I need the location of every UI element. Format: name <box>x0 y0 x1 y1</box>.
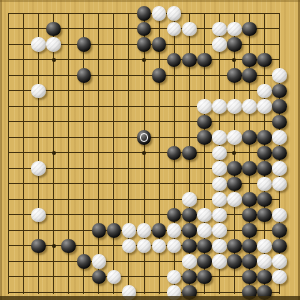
intersection-6-11[interactable] <box>76 161 91 176</box>
intersection-2-13[interactable] <box>16 192 31 207</box>
intersection-8-13[interactable] <box>106 192 121 207</box>
intersection-9-8[interactable] <box>121 114 136 129</box>
intersection-13-9[interactable] <box>182 130 197 145</box>
intersection-7-7[interactable] <box>91 99 106 114</box>
black-stone <box>257 270 272 285</box>
intersection-3-8[interactable] <box>31 114 46 129</box>
white-stone <box>227 22 242 37</box>
intersection-7-3[interactable] <box>91 37 106 52</box>
intersection-13-5[interactable] <box>182 68 197 83</box>
intersection-16-19[interactable] <box>227 285 242 300</box>
intersection-16-8[interactable] <box>227 114 242 129</box>
star-point <box>52 244 56 248</box>
intersection-10-13[interactable] <box>136 192 151 207</box>
intersection-8-1[interactable] <box>106 6 121 21</box>
intersection-14-3[interactable] <box>197 37 212 52</box>
black-stone <box>182 208 197 223</box>
go-board[interactable] <box>0 0 300 300</box>
intersection-2-12[interactable] <box>16 176 31 191</box>
intersection-8-10[interactable] <box>106 145 121 160</box>
black-stone <box>242 223 257 238</box>
intersection-5-5[interactable] <box>61 68 76 83</box>
intersection-1-16[interactable] <box>1 238 16 253</box>
intersection-10-12[interactable] <box>136 176 151 191</box>
intersection-8-17[interactable] <box>106 254 121 269</box>
intersection-17-12[interactable] <box>242 176 257 191</box>
intersection-11-13[interactable] <box>152 192 167 207</box>
black-stone <box>242 161 257 176</box>
intersection-11-11[interactable] <box>152 161 167 176</box>
intersection-8-3[interactable] <box>106 37 121 52</box>
white-stone <box>152 6 167 21</box>
intersection-1-8[interactable] <box>1 114 16 129</box>
intersection-2-8[interactable] <box>16 114 31 129</box>
white-stone <box>137 223 152 238</box>
intersection-4-19[interactable] <box>46 285 61 300</box>
intersection-1-11[interactable] <box>1 161 16 176</box>
intersection-1-12[interactable] <box>1 176 16 191</box>
intersection-7-8[interactable] <box>91 114 106 129</box>
intersection-7-2[interactable] <box>91 21 106 36</box>
intersection-5-2[interactable] <box>61 21 76 36</box>
white-stone <box>272 161 287 176</box>
intersection-13-12[interactable] <box>182 176 197 191</box>
intersection-7-19[interactable] <box>91 285 106 300</box>
intersection-10-11[interactable] <box>136 161 151 176</box>
intersection-7-6[interactable] <box>91 83 106 98</box>
intersection-15-5[interactable] <box>212 68 227 83</box>
intersection-6-14[interactable] <box>76 207 91 222</box>
intersection-7-10[interactable] <box>91 145 106 160</box>
intersection-7-16[interactable] <box>91 238 106 253</box>
intersection-11-14[interactable] <box>152 207 167 222</box>
intersection-16-18[interactable] <box>227 269 242 284</box>
intersection-3-15[interactable] <box>31 223 46 238</box>
intersection-8-8[interactable] <box>106 114 121 129</box>
intersection-17-8[interactable] <box>242 114 257 129</box>
intersection-5-9[interactable] <box>61 130 76 145</box>
intersection-7-14[interactable] <box>91 207 106 222</box>
intersection-13-6[interactable] <box>182 83 197 98</box>
black-stone <box>257 161 272 176</box>
intersection-11-2[interactable] <box>152 21 167 36</box>
star-point <box>52 58 56 62</box>
white-stone <box>31 84 46 99</box>
intersection-12-5[interactable] <box>167 68 182 83</box>
intersection-7-11[interactable] <box>91 161 106 176</box>
intersection-9-1[interactable] <box>121 6 136 21</box>
intersection-4-17[interactable] <box>46 254 61 269</box>
intersection-3-2[interactable] <box>31 21 46 36</box>
intersection-2-1[interactable] <box>16 6 31 21</box>
intersection-6-15[interactable] <box>76 223 91 238</box>
intersection-18-1[interactable] <box>257 6 272 21</box>
black-stone <box>242 254 257 269</box>
white-stone <box>182 22 197 37</box>
intersection-15-1[interactable] <box>212 6 227 21</box>
intersection-3-4[interactable] <box>31 52 46 67</box>
intersection-17-1[interactable] <box>242 6 257 21</box>
intersection-17-6[interactable] <box>242 83 257 98</box>
intersection-9-11[interactable] <box>121 161 136 176</box>
black-stone <box>272 146 287 161</box>
intersection-10-6[interactable] <box>136 83 151 98</box>
intersection-8-14[interactable] <box>106 207 121 222</box>
intersection-1-1[interactable] <box>1 6 16 21</box>
white-stone <box>272 254 287 269</box>
black-stone <box>152 68 167 83</box>
intersection-4-8[interactable] <box>46 114 61 129</box>
intersection-4-11[interactable] <box>46 161 61 176</box>
white-stone <box>212 208 227 223</box>
black-stone <box>242 130 257 145</box>
intersection-14-19[interactable] <box>197 285 212 300</box>
intersection-11-7[interactable] <box>152 99 167 114</box>
intersection-11-8[interactable] <box>152 114 167 129</box>
white-stone <box>167 285 182 300</box>
intersection-3-12[interactable] <box>31 176 46 191</box>
black-stone <box>242 208 257 223</box>
intersection-1-15[interactable] <box>1 223 16 238</box>
intersection-4-7[interactable] <box>46 99 61 114</box>
white-stone <box>212 161 227 176</box>
intersection-1-2[interactable] <box>1 21 16 36</box>
intersection-10-19[interactable] <box>136 285 151 300</box>
intersection-11-17[interactable] <box>152 254 167 269</box>
intersection-5-19[interactable] <box>61 285 76 300</box>
intersection-6-6[interactable] <box>76 83 91 98</box>
black-stone <box>182 285 197 300</box>
intersection-12-17[interactable] <box>167 254 182 269</box>
intersection-2-10[interactable] <box>16 145 31 160</box>
intersection-2-3[interactable] <box>16 37 31 52</box>
intersection-6-4[interactable] <box>76 52 91 67</box>
intersection-7-5[interactable] <box>91 68 106 83</box>
black-stone <box>197 254 212 269</box>
intersection-11-10[interactable] <box>152 145 167 160</box>
intersection-2-2[interactable] <box>16 21 31 36</box>
black-stone <box>197 130 212 145</box>
intersection-3-10[interactable] <box>31 145 46 160</box>
intersection-12-8[interactable] <box>167 114 182 129</box>
intersection-8-6[interactable] <box>106 83 121 98</box>
black-stone <box>227 37 242 52</box>
white-stone <box>122 285 137 300</box>
intersection-4-1[interactable] <box>46 6 61 21</box>
intersection-12-11[interactable] <box>167 161 182 176</box>
intersection-2-17[interactable] <box>16 254 31 269</box>
intersection-6-19[interactable] <box>76 285 91 300</box>
intersection-10-17[interactable] <box>136 254 151 269</box>
intersection-1-14[interactable] <box>1 207 16 222</box>
intersection-18-8[interactable] <box>257 114 272 129</box>
black-stone <box>31 239 46 254</box>
intersection-5-17[interactable] <box>61 254 76 269</box>
intersection-14-1[interactable] <box>197 6 212 21</box>
intersection-9-6[interactable] <box>121 83 136 98</box>
intersection-2-11[interactable] <box>16 161 31 176</box>
intersection-15-19[interactable] <box>212 285 227 300</box>
intersection-4-6[interactable] <box>46 83 61 98</box>
intersection-12-9[interactable] <box>167 130 182 145</box>
white-stone <box>182 254 197 269</box>
intersection-19-19[interactable] <box>272 285 287 300</box>
intersection-8-11[interactable] <box>106 161 121 176</box>
intersection-7-9[interactable] <box>91 130 106 145</box>
intersection-10-8[interactable] <box>136 114 151 129</box>
star-point <box>142 151 146 155</box>
intersection-7-12[interactable] <box>91 176 106 191</box>
intersection-10-14[interactable] <box>136 207 151 222</box>
intersection-8-2[interactable] <box>106 21 121 36</box>
intersection-13-3[interactable] <box>182 37 197 52</box>
white-stone <box>31 208 46 223</box>
intersection-5-4[interactable] <box>61 52 76 67</box>
intersection-15-6[interactable] <box>212 83 227 98</box>
white-stone <box>272 208 287 223</box>
intersection-18-15[interactable] <box>257 223 272 238</box>
intersection-14-11[interactable] <box>197 161 212 176</box>
intersection-1-7[interactable] <box>1 99 16 114</box>
intersection-2-4[interactable] <box>16 52 31 67</box>
intersection-12-13[interactable] <box>167 192 182 207</box>
intersection-3-9[interactable] <box>31 130 46 145</box>
intersection-8-5[interactable] <box>106 68 121 83</box>
intersection-12-12[interactable] <box>167 176 182 191</box>
intersection-9-12[interactable] <box>121 176 136 191</box>
intersection-2-14[interactable] <box>16 207 31 222</box>
intersection-19-13[interactable] <box>272 192 287 207</box>
intersection-5-15[interactable] <box>61 223 76 238</box>
intersection-8-4[interactable] <box>106 52 121 67</box>
intersection-15-4[interactable] <box>212 52 227 67</box>
intersection-19-4[interactable] <box>272 52 287 67</box>
intersection-9-18[interactable] <box>121 269 136 284</box>
intersection-4-14[interactable] <box>46 207 61 222</box>
white-stone <box>257 99 272 114</box>
intersection-3-1[interactable] <box>31 6 46 21</box>
intersection-11-19[interactable] <box>152 285 167 300</box>
intersection-4-9[interactable] <box>46 130 61 145</box>
intersection-8-7[interactable] <box>106 99 121 114</box>
intersection-18-5[interactable] <box>257 68 272 83</box>
intersection-6-7[interactable] <box>76 99 91 114</box>
intersection-1-6[interactable] <box>1 83 16 98</box>
intersection-19-2[interactable] <box>272 21 287 36</box>
intersection-1-9[interactable] <box>1 130 16 145</box>
intersection-11-12[interactable] <box>152 176 167 191</box>
intersection-14-12[interactable] <box>197 176 212 191</box>
intersection-16-15[interactable] <box>227 223 242 238</box>
intersection-4-15[interactable] <box>46 223 61 238</box>
star-point <box>232 151 236 155</box>
intersection-11-4[interactable] <box>152 52 167 67</box>
intersection-6-13[interactable] <box>76 192 91 207</box>
intersection-5-3[interactable] <box>61 37 76 52</box>
black-stone <box>227 161 242 176</box>
intersection-6-10[interactable] <box>76 145 91 160</box>
intersection-1-13[interactable] <box>1 192 16 207</box>
white-stone <box>257 254 272 269</box>
intersection-3-18[interactable] <box>31 269 46 284</box>
intersection-9-3[interactable] <box>121 37 136 52</box>
intersection-3-19[interactable] <box>31 285 46 300</box>
star-point <box>52 151 56 155</box>
intersection-7-13[interactable] <box>91 192 106 207</box>
intersection-17-10[interactable] <box>242 145 257 160</box>
black-stone <box>227 239 242 254</box>
white-stone <box>92 254 107 269</box>
black-stone <box>182 270 197 285</box>
intersection-1-3[interactable] <box>1 37 16 52</box>
intersection-2-15[interactable] <box>16 223 31 238</box>
intersection-9-14[interactable] <box>121 207 136 222</box>
intersection-2-19[interactable] <box>16 285 31 300</box>
white-stone <box>182 192 197 207</box>
intersection-8-16[interactable] <box>106 238 121 253</box>
intersection-5-13[interactable] <box>61 192 76 207</box>
intersection-12-3[interactable] <box>167 37 182 52</box>
black-stone <box>242 239 257 254</box>
intersection-3-17[interactable] <box>31 254 46 269</box>
intersection-13-1[interactable] <box>182 6 197 21</box>
intersection-8-12[interactable] <box>106 176 121 191</box>
white-stone <box>212 130 227 145</box>
intersection-9-5[interactable] <box>121 68 136 83</box>
intersection-1-18[interactable] <box>1 269 16 284</box>
black-stone <box>137 37 152 52</box>
intersection-15-18[interactable] <box>212 269 227 284</box>
black-stone <box>257 130 272 145</box>
intersection-10-18[interactable] <box>136 269 151 284</box>
white-stone <box>197 208 212 223</box>
intersection-8-19[interactable] <box>106 285 121 300</box>
intersection-5-14[interactable] <box>61 207 76 222</box>
intersection-1-4[interactable] <box>1 52 16 67</box>
intersection-5-1[interactable] <box>61 6 76 21</box>
intersection-3-7[interactable] <box>31 99 46 114</box>
intersection-13-11[interactable] <box>182 161 197 176</box>
black-stone <box>77 37 92 52</box>
black-stone <box>197 53 212 68</box>
intersection-9-13[interactable] <box>121 192 136 207</box>
intersection-4-18[interactable] <box>46 269 61 284</box>
intersection-1-17[interactable] <box>1 254 16 269</box>
black-stone <box>107 223 122 238</box>
intersection-8-9[interactable] <box>106 130 121 145</box>
intersection-9-7[interactable] <box>121 99 136 114</box>
intersection-7-1[interactable] <box>91 6 106 21</box>
intersection-1-19[interactable] <box>1 285 16 300</box>
intersection-5-11[interactable] <box>61 161 76 176</box>
intersection-9-4[interactable] <box>121 52 136 67</box>
intersection-5-18[interactable] <box>61 269 76 284</box>
intersection-13-8[interactable] <box>182 114 197 129</box>
intersection-14-13[interactable] <box>197 192 212 207</box>
black-stone <box>227 68 242 83</box>
black-stone <box>182 146 197 161</box>
intersection-16-6[interactable] <box>227 83 242 98</box>
intersection-6-18[interactable] <box>76 269 91 284</box>
black-stone <box>152 223 167 238</box>
white-stone <box>197 99 212 114</box>
intersection-5-6[interactable] <box>61 83 76 98</box>
intersection-4-12[interactable] <box>46 176 61 191</box>
black-stone <box>227 177 242 192</box>
intersection-12-6[interactable] <box>167 83 182 98</box>
intersection-2-18[interactable] <box>16 269 31 284</box>
intersection-18-3[interactable] <box>257 37 272 52</box>
intersection-9-9[interactable] <box>121 130 136 145</box>
intersection-13-7[interactable] <box>182 99 197 114</box>
intersection-11-6[interactable] <box>152 83 167 98</box>
white-stone <box>227 99 242 114</box>
intersection-9-2[interactable] <box>121 21 136 36</box>
intersection-2-5[interactable] <box>16 68 31 83</box>
intersection-2-7[interactable] <box>16 99 31 114</box>
intersection-5-10[interactable] <box>61 145 76 160</box>
intersection-9-10[interactable] <box>121 145 136 160</box>
intersection-3-13[interactable] <box>31 192 46 207</box>
intersection-1-10[interactable] <box>1 145 16 160</box>
black-stone <box>46 22 61 37</box>
black-stone <box>272 115 287 130</box>
intersection-15-8[interactable] <box>212 114 227 129</box>
intersection-5-12[interactable] <box>61 176 76 191</box>
intersection-6-2[interactable] <box>76 21 91 36</box>
intersection-11-18[interactable] <box>152 269 167 284</box>
intersection-4-5[interactable] <box>46 68 61 83</box>
intersection-1-5[interactable] <box>1 68 16 83</box>
intersection-12-7[interactable] <box>167 99 182 114</box>
intersection-5-8[interactable] <box>61 114 76 129</box>
intersection-6-12[interactable] <box>76 176 91 191</box>
intersection-6-8[interactable] <box>76 114 91 129</box>
intersection-2-16[interactable] <box>16 238 31 253</box>
intersection-6-16[interactable] <box>76 238 91 253</box>
intersection-2-9[interactable] <box>16 130 31 145</box>
intersection-19-3[interactable] <box>272 37 287 52</box>
intersection-17-3[interactable] <box>242 37 257 52</box>
black-stone <box>257 208 272 223</box>
intersection-5-7[interactable] <box>61 99 76 114</box>
intersection-19-1[interactable] <box>272 6 287 21</box>
intersection-9-17[interactable] <box>121 254 136 269</box>
intersection-3-5[interactable] <box>31 68 46 83</box>
star-point <box>232 58 236 62</box>
black-stone <box>242 270 257 285</box>
white-stone <box>212 177 227 192</box>
black-stone <box>257 285 272 300</box>
intersection-16-14[interactable] <box>227 207 242 222</box>
white-stone <box>257 239 272 254</box>
intersection-14-2[interactable] <box>197 21 212 36</box>
intersection-6-1[interactable] <box>76 6 91 21</box>
intersection-2-6[interactable] <box>16 83 31 98</box>
intersection-10-5[interactable] <box>136 68 151 83</box>
intersection-14-10[interactable] <box>197 145 212 160</box>
intersection-14-6[interactable] <box>197 83 212 98</box>
intersection-4-13[interactable] <box>46 192 61 207</box>
intersection-10-7[interactable] <box>136 99 151 114</box>
black-stone <box>227 254 242 269</box>
intersection-18-2[interactable] <box>257 21 272 36</box>
intersection-7-4[interactable] <box>91 52 106 67</box>
intersection-16-1[interactable] <box>227 6 242 21</box>
intersection-14-5[interactable] <box>197 68 212 83</box>
intersection-6-9[interactable] <box>76 130 91 145</box>
intersection-11-9[interactable] <box>152 130 167 145</box>
